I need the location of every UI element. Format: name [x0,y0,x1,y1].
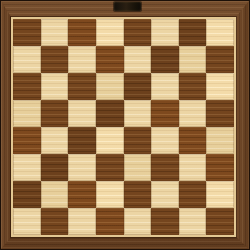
square-e5 [124,100,152,127]
square-h5 [206,100,234,127]
square-g5 [179,100,207,127]
square-c2 [68,181,96,208]
square-f1 [151,208,179,235]
square-b2 [41,181,69,208]
frame-rail-right [236,1,249,249]
square-a7 [13,46,41,73]
square-d2 [96,181,124,208]
square-d8 [96,19,124,46]
square-e2 [124,181,152,208]
square-g7 [179,46,207,73]
square-g1 [179,208,207,235]
square-h4 [206,127,234,154]
square-a3 [13,154,41,181]
square-b3 [41,154,69,181]
square-f6 [151,73,179,100]
square-f2 [151,181,179,208]
square-e1 [124,208,152,235]
square-a4 [13,127,41,154]
brand-plaque [114,2,141,11]
square-f8 [151,19,179,46]
square-f5 [151,100,179,127]
square-g3 [179,154,207,181]
square-c6 [68,73,96,100]
square-b5 [41,100,69,127]
square-e8 [124,19,152,46]
square-a8 [13,19,41,46]
board-field [13,19,234,235]
square-c1 [68,208,96,235]
square-c8 [68,19,96,46]
square-h7 [206,46,234,73]
square-c4 [68,127,96,154]
square-g6 [179,73,207,100]
square-f3 [151,154,179,181]
square-b8 [41,19,69,46]
square-e6 [124,73,152,100]
square-e3 [124,154,152,181]
square-f4 [151,127,179,154]
square-h6 [206,73,234,100]
square-d4 [96,127,124,154]
square-d7 [96,46,124,73]
square-d6 [96,73,124,100]
square-b7 [41,46,69,73]
square-e4 [124,127,152,154]
square-g8 [179,19,207,46]
square-h3 [206,154,234,181]
square-d1 [96,208,124,235]
square-a2 [13,181,41,208]
square-a1 [13,208,41,235]
square-a5 [13,100,41,127]
square-c7 [68,46,96,73]
square-d3 [96,154,124,181]
square-h1 [206,208,234,235]
square-e7 [124,46,152,73]
square-g4 [179,127,207,154]
square-f7 [151,46,179,73]
frame-rail-left [1,1,11,249]
square-b4 [41,127,69,154]
square-h2 [206,181,234,208]
chess-board [0,0,250,250]
square-c3 [68,154,96,181]
square-c5 [68,100,96,127]
square-d5 [96,100,124,127]
square-h8 [206,19,234,46]
square-a6 [13,73,41,100]
square-g2 [179,181,207,208]
square-b1 [41,208,69,235]
square-b6 [41,73,69,100]
